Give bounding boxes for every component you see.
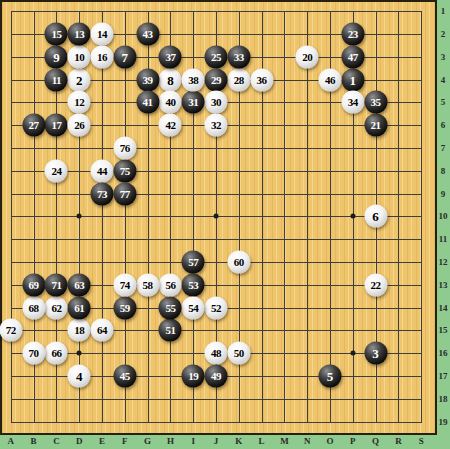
star-point-d10	[77, 214, 82, 219]
white-stone-move-58: 58	[136, 273, 159, 296]
row-label-11: 11	[439, 234, 448, 244]
black-stone-move-73: 73	[91, 182, 114, 205]
white-stone-move-46: 46	[319, 68, 342, 91]
row-label-2: 2	[441, 29, 446, 39]
row-label-9: 9	[441, 189, 446, 199]
column-label-e: E	[99, 436, 105, 446]
grid-line-vertical	[421, 11, 422, 422]
white-stone-move-36: 36	[250, 68, 273, 91]
black-stone-move-43: 43	[136, 23, 159, 46]
column-label-c: C	[53, 436, 60, 446]
white-stone-move-38: 38	[182, 68, 205, 91]
black-stone-move-47: 47	[341, 45, 364, 68]
row-label-17: 17	[439, 371, 448, 381]
black-stone-move-61: 61	[68, 296, 91, 319]
column-label-r: R	[395, 436, 402, 446]
black-stone-move-33: 33	[227, 45, 250, 68]
black-stone-move-55: 55	[159, 296, 182, 319]
white-stone-move-4: 4	[68, 365, 91, 388]
black-stone-move-63: 63	[68, 273, 91, 296]
grid-line-horizontal	[11, 239, 422, 240]
black-stone-move-17: 17	[45, 114, 68, 137]
white-stone-move-16: 16	[91, 45, 114, 68]
row-label-1: 1	[441, 6, 446, 16]
row-label-13: 13	[439, 280, 448, 290]
white-stone-move-54: 54	[182, 296, 205, 319]
white-stone-move-74: 74	[113, 273, 136, 296]
row-label-6: 6	[441, 120, 446, 130]
white-stone-move-66: 66	[45, 342, 68, 365]
column-label-k: K	[235, 436, 242, 446]
column-label-g: G	[144, 436, 151, 446]
black-stone-move-71: 71	[45, 273, 68, 296]
white-stone-move-48: 48	[205, 342, 228, 365]
black-stone-move-9: 9	[45, 45, 68, 68]
black-stone-move-59: 59	[113, 296, 136, 319]
grid-line-vertical	[284, 11, 285, 422]
black-stone-move-37: 37	[159, 45, 182, 68]
column-label-j: J	[214, 436, 219, 446]
white-stone-move-40: 40	[159, 91, 182, 114]
star-point-p16	[350, 351, 355, 356]
white-stone-move-52: 52	[205, 296, 228, 319]
column-label-h: H	[167, 436, 174, 446]
black-stone-move-13: 13	[68, 23, 91, 46]
white-stone-move-30: 30	[205, 91, 228, 114]
row-label-16: 16	[439, 348, 448, 358]
black-stone-move-7: 7	[113, 45, 136, 68]
row-label-4: 4	[441, 75, 446, 85]
black-stone-move-25: 25	[205, 45, 228, 68]
white-stone-move-44: 44	[91, 159, 114, 182]
row-label-18: 18	[439, 394, 448, 404]
white-stone-move-70: 70	[22, 342, 45, 365]
white-stone-move-60: 60	[227, 251, 250, 274]
white-stone-move-24: 24	[45, 159, 68, 182]
row-label-12: 12	[439, 257, 448, 267]
black-stone-move-53: 53	[182, 273, 205, 296]
column-label-d: D	[76, 436, 83, 446]
column-label-b: B	[31, 436, 37, 446]
go-game-diagram: 1234567891011121314151617181920212223242…	[0, 0, 450, 449]
white-stone-move-64: 64	[91, 319, 114, 342]
black-stone-move-11: 11	[45, 68, 68, 91]
star-point-d16	[77, 351, 82, 356]
white-stone-move-2: 2	[68, 68, 91, 91]
row-label-19: 19	[439, 417, 448, 427]
black-stone-move-21: 21	[364, 114, 387, 137]
black-stone-move-35: 35	[364, 91, 387, 114]
column-label-m: M	[280, 436, 289, 446]
white-stone-move-8: 8	[159, 68, 182, 91]
white-stone-move-26: 26	[68, 114, 91, 137]
black-stone-move-69: 69	[22, 273, 45, 296]
white-stone-move-68: 68	[22, 296, 45, 319]
row-label-14: 14	[439, 303, 448, 313]
column-label-n: N	[304, 436, 311, 446]
black-stone-move-1: 1	[341, 68, 364, 91]
white-stone-move-20: 20	[296, 45, 319, 68]
black-stone-move-15: 15	[45, 23, 68, 46]
white-stone-move-10: 10	[68, 45, 91, 68]
black-stone-move-75: 75	[113, 159, 136, 182]
black-stone-move-51: 51	[159, 319, 182, 342]
white-stone-move-32: 32	[205, 114, 228, 137]
black-stone-move-29: 29	[205, 68, 228, 91]
column-label-q: Q	[372, 436, 379, 446]
row-label-10: 10	[439, 211, 448, 221]
row-label-15: 15	[439, 325, 448, 335]
black-stone-move-27: 27	[22, 114, 45, 137]
black-stone-move-57: 57	[182, 251, 205, 274]
white-stone-move-34: 34	[341, 91, 364, 114]
black-stone-move-77: 77	[113, 182, 136, 205]
white-stone-move-76: 76	[113, 137, 136, 160]
grid-line-horizontal	[11, 262, 422, 263]
white-stone-move-28: 28	[227, 68, 250, 91]
column-label-f: F	[122, 436, 128, 446]
black-stone-move-45: 45	[113, 365, 136, 388]
star-point-p10	[350, 214, 355, 219]
column-label-s: S	[419, 436, 424, 446]
white-stone-move-22: 22	[364, 273, 387, 296]
black-stone-move-31: 31	[182, 91, 205, 114]
row-label-7: 7	[441, 143, 446, 153]
column-label-a: A	[8, 436, 15, 446]
white-stone-move-12: 12	[68, 91, 91, 114]
white-stone-move-6: 6	[364, 205, 387, 228]
column-label-o: O	[326, 436, 333, 446]
white-stone-move-62: 62	[45, 296, 68, 319]
row-label-8: 8	[441, 166, 446, 176]
white-stone-move-18: 18	[68, 319, 91, 342]
grid-line-horizontal	[11, 399, 422, 400]
star-point-j10	[214, 214, 219, 219]
column-label-l: L	[259, 436, 265, 446]
black-stone-move-41: 41	[136, 91, 159, 114]
black-stone-move-49: 49	[205, 365, 228, 388]
black-stone-move-3: 3	[364, 342, 387, 365]
column-label-i: I	[191, 436, 195, 446]
black-stone-move-39: 39	[136, 68, 159, 91]
white-stone-move-72: 72	[0, 319, 22, 342]
black-stone-move-19: 19	[182, 365, 205, 388]
black-stone-move-23: 23	[341, 23, 364, 46]
grid-line-vertical	[307, 11, 308, 422]
white-stone-move-50: 50	[227, 342, 250, 365]
row-label-5: 5	[441, 97, 446, 107]
white-stone-move-56: 56	[159, 273, 182, 296]
grid-line-vertical	[398, 11, 399, 422]
row-label-3: 3	[441, 52, 446, 62]
black-stone-move-5: 5	[319, 365, 342, 388]
column-label-p: P	[350, 436, 356, 446]
grid-line-horizontal	[11, 422, 422, 423]
white-stone-move-14: 14	[91, 23, 114, 46]
white-stone-move-42: 42	[159, 114, 182, 137]
